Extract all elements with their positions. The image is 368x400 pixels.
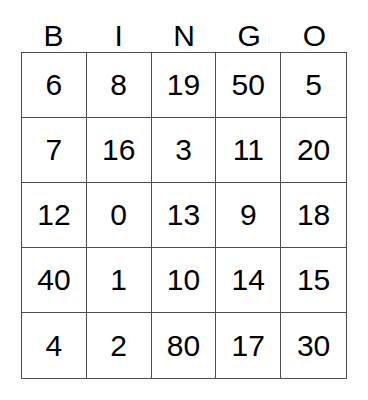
bingo-cell[interactable]: 80 (152, 313, 217, 378)
bingo-cell[interactable]: 1 (87, 248, 152, 313)
header-letter-b: B (21, 0, 86, 52)
bingo-cell[interactable]: 5 (281, 53, 346, 118)
bingo-cell[interactable]: 11 (216, 118, 281, 183)
bingo-cell[interactable]: 10 (152, 248, 217, 313)
header-letter-i: I (86, 0, 151, 52)
bingo-cell[interactable]: 9 (216, 183, 281, 248)
header-letter-g: G (217, 0, 282, 52)
header-letter-o: O (282, 0, 347, 52)
bingo-cell[interactable]: 8 (87, 53, 152, 118)
bingo-cell[interactable]: 16 (87, 118, 152, 183)
header-letter-n: N (151, 0, 216, 52)
bingo-card: B I N G O 6 8 19 50 5 7 16 3 11 20 12 0 … (0, 0, 368, 400)
bingo-cell[interactable]: 17 (216, 313, 281, 378)
bingo-cell[interactable]: 0 (87, 183, 152, 248)
bingo-cell[interactable]: 4 (22, 313, 87, 378)
bingo-cell[interactable]: 20 (281, 118, 346, 183)
bingo-cell[interactable]: 12 (22, 183, 87, 248)
bingo-header: B I N G O (21, 0, 347, 52)
bingo-cell[interactable]: 50 (216, 53, 281, 118)
bingo-cell[interactable]: 30 (281, 313, 346, 378)
bingo-cell[interactable]: 40 (22, 248, 87, 313)
bingo-cell[interactable]: 14 (216, 248, 281, 313)
bingo-cell[interactable]: 7 (22, 118, 87, 183)
bingo-cell[interactable]: 19 (152, 53, 217, 118)
bingo-cell[interactable]: 6 (22, 53, 87, 118)
bingo-cell[interactable]: 18 (281, 183, 346, 248)
bingo-cell[interactable]: 3 (152, 118, 217, 183)
bingo-cell[interactable]: 2 (87, 313, 152, 378)
bingo-cell[interactable]: 15 (281, 248, 346, 313)
bingo-grid: 6 8 19 50 5 7 16 3 11 20 12 0 13 9 18 40… (21, 52, 347, 379)
bingo-cell[interactable]: 13 (152, 183, 217, 248)
